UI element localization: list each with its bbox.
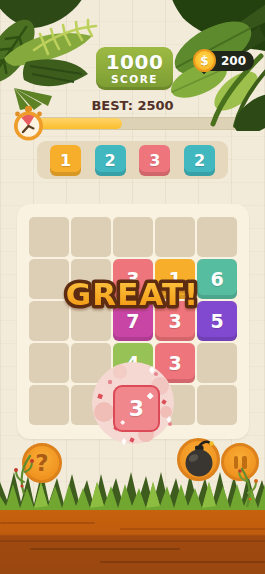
game-board: 31673543 bbox=[17, 204, 249, 439]
tray-tile-1[interactable]: 1 bbox=[50, 145, 81, 176]
question-mark-icon: ? bbox=[35, 452, 48, 475]
ground-soil bbox=[0, 506, 265, 574]
tray-tile-2[interactable]: 2 bbox=[95, 145, 126, 176]
board-cell[interactable] bbox=[113, 217, 153, 257]
score-panel: 1000 SCORE bbox=[96, 47, 173, 90]
soil-streak bbox=[100, 561, 265, 563]
sprout-decoration-left bbox=[10, 452, 36, 494]
board-cell[interactable] bbox=[29, 385, 69, 425]
coin-icon: $ bbox=[193, 49, 216, 72]
tile-tray: 1232 bbox=[37, 141, 228, 179]
progress-fill bbox=[37, 118, 122, 129]
tray-tile-2[interactable]: 2 bbox=[184, 145, 215, 176]
soil-streak bbox=[30, 548, 180, 550]
board-cell[interactable] bbox=[155, 217, 195, 257]
board-cell[interactable] bbox=[197, 343, 237, 383]
soil-streak bbox=[0, 522, 95, 524]
soil-streak bbox=[0, 540, 265, 542]
praise-banner: GREAT! bbox=[47, 266, 218, 318]
bomb-icon bbox=[176, 437, 222, 483]
score-value: 1000 bbox=[106, 52, 164, 73]
board-cell[interactable] bbox=[71, 217, 111, 257]
soil-streak bbox=[120, 528, 265, 530]
board-cell[interactable] bbox=[197, 385, 237, 425]
board-cell[interactable]: 3 bbox=[113, 385, 153, 425]
board-cell[interactable] bbox=[29, 217, 69, 257]
board-tile-3[interactable]: 3 bbox=[113, 385, 160, 432]
board-cell[interactable] bbox=[29, 343, 69, 383]
bomb-button[interactable] bbox=[177, 438, 220, 481]
tray-tile-3[interactable]: 3 bbox=[139, 145, 170, 176]
board-grid: 31673543 bbox=[29, 217, 237, 425]
dollar-sign: $ bbox=[200, 54, 208, 68]
score-label: SCORE bbox=[111, 73, 158, 85]
sprout-decoration-right bbox=[237, 463, 261, 507]
board-cell[interactable] bbox=[197, 217, 237, 257]
timer-clock-icon bbox=[9, 105, 47, 143]
coin-amount: 200 bbox=[221, 54, 246, 68]
game-screen: 1000 SCORE BEST: 2500 200 $ 1232 3167354… bbox=[0, 0, 265, 574]
banner-text: GREAT! bbox=[66, 276, 199, 312]
